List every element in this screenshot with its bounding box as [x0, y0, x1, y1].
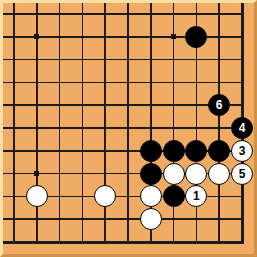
- black-stone[interactable]: [163, 185, 185, 207]
- white-stone-move-1[interactable]: 1: [185, 185, 207, 207]
- grid-line-horizontal: [3, 127, 244, 129]
- go-board[interactable]: 64351: [0, 0, 257, 257]
- move-number-label: 3: [239, 145, 246, 157]
- white-stone[interactable]: [185, 163, 207, 185]
- grid-line-horizontal: [3, 82, 244, 84]
- white-stone[interactable]: [140, 185, 162, 207]
- grid-line-vertical: [218, 3, 220, 244]
- black-stone[interactable]: [185, 140, 207, 162]
- star-point: [34, 171, 39, 176]
- move-number-label: 5: [239, 168, 246, 180]
- star-point: [171, 34, 176, 39]
- black-stone[interactable]: [208, 140, 230, 162]
- grid-line-vertical: [127, 3, 129, 244]
- grid-line-vertical: [82, 3, 84, 244]
- black-stone-move-4[interactable]: 4: [231, 117, 253, 139]
- black-stone[interactable]: [163, 140, 185, 162]
- white-stone[interactable]: [94, 185, 116, 207]
- white-stone[interactable]: [208, 163, 230, 185]
- grid-line-horizontal: [3, 59, 244, 61]
- white-stone[interactable]: [140, 208, 162, 230]
- grid-line-vertical: [13, 3, 15, 244]
- white-stone-move-3[interactable]: 3: [231, 140, 253, 162]
- move-number-label: 1: [193, 190, 200, 202]
- white-stone[interactable]: [26, 185, 48, 207]
- board-edge-line-bottom: [3, 241, 244, 244]
- black-stone[interactable]: [140, 163, 162, 185]
- black-stone[interactable]: [140, 140, 162, 162]
- grid-line-vertical: [59, 3, 61, 244]
- grid-line-horizontal: [3, 13, 244, 15]
- grid-line-vertical: [104, 3, 106, 244]
- move-number-label: 6: [216, 99, 223, 111]
- white-stone[interactable]: [163, 163, 185, 185]
- white-stone-move-5[interactable]: 5: [231, 163, 253, 185]
- black-stone[interactable]: [185, 26, 207, 48]
- grid-line-horizontal: [3, 218, 244, 220]
- black-stone-move-6[interactable]: 6: [208, 94, 230, 116]
- move-number-label: 4: [239, 122, 246, 134]
- star-point: [34, 34, 39, 39]
